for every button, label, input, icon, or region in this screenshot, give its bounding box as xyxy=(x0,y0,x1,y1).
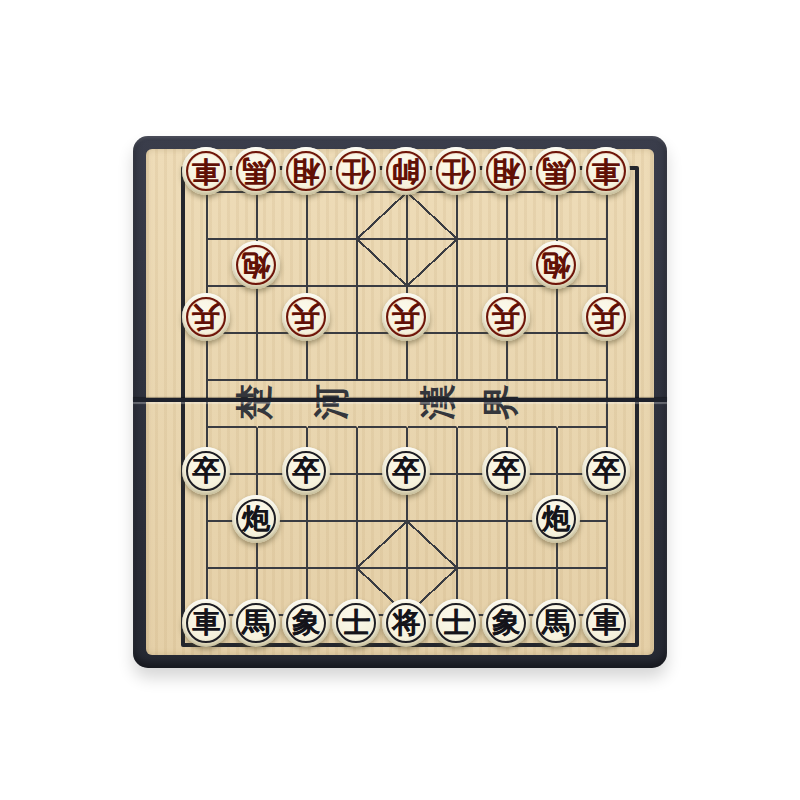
board-cell xyxy=(208,193,258,240)
piece-red-cannon[interactable]: 炮 xyxy=(232,241,280,289)
piece-red-chariot[interactable]: 車 xyxy=(582,147,630,195)
piece-ring xyxy=(286,451,326,491)
piece-ring xyxy=(486,451,526,491)
piece-red-advisor[interactable]: 仕 xyxy=(432,147,480,195)
piece-red-soldier[interactable]: 兵 xyxy=(182,293,230,341)
board-cell xyxy=(358,522,408,569)
board-cell xyxy=(358,193,408,240)
river-text-han: 漢 xyxy=(419,384,455,420)
board-cell xyxy=(208,334,258,381)
board-cell xyxy=(308,193,358,240)
board-cell xyxy=(408,334,458,381)
piece-ring xyxy=(386,451,426,491)
piece-character: 仕 xyxy=(442,157,470,185)
board-cell xyxy=(308,522,358,569)
piece-character: 兵 xyxy=(592,303,620,331)
piece-black-soldier[interactable]: 卒 xyxy=(182,447,230,495)
piece-ring xyxy=(186,603,226,643)
piece-red-soldier[interactable]: 兵 xyxy=(482,293,530,341)
xiangqi-set-photo: 楚 河 漢 界 車馬相仕帥仕相馬車炮炮兵兵兵兵兵卒卒卒卒卒炮炮車馬象士将士象馬車 xyxy=(0,0,800,800)
piece-red-general[interactable]: 帥 xyxy=(382,147,430,195)
piece-red-advisor[interactable]: 仕 xyxy=(332,147,380,195)
piece-character: 車 xyxy=(192,157,220,185)
piece-ring xyxy=(236,499,276,539)
board-cell xyxy=(408,240,458,287)
piece-ring xyxy=(386,603,426,643)
piece-black-soldier[interactable]: 卒 xyxy=(582,447,630,495)
piece-red-elephant[interactable]: 相 xyxy=(482,147,530,195)
board-cell xyxy=(358,334,408,381)
piece-red-elephant[interactable]: 相 xyxy=(282,147,330,195)
river-text-jie: 界 xyxy=(482,384,518,420)
piece-ring xyxy=(586,603,626,643)
piece-black-general[interactable]: 将 xyxy=(382,599,430,647)
piece-ring xyxy=(536,499,576,539)
board-cell xyxy=(558,381,608,428)
piece-black-horse[interactable]: 馬 xyxy=(232,599,280,647)
piece-black-soldier[interactable]: 卒 xyxy=(382,447,430,495)
piece-ring xyxy=(586,451,626,491)
piece-character: 兵 xyxy=(192,303,220,331)
board-cell xyxy=(558,334,608,381)
piece-ring xyxy=(186,451,226,491)
piece-ring xyxy=(536,603,576,643)
piece-black-chariot[interactable]: 車 xyxy=(582,599,630,647)
board-cell xyxy=(408,522,458,569)
fold-seam xyxy=(133,398,667,402)
piece-black-advisor[interactable]: 士 xyxy=(432,599,480,647)
piece-red-soldier[interactable]: 兵 xyxy=(382,293,430,341)
river-text-chu: 楚 xyxy=(235,384,271,420)
board-cell xyxy=(508,334,558,381)
piece-character: 帥 xyxy=(392,157,420,185)
piece-black-elephant[interactable]: 象 xyxy=(482,599,530,647)
piece-character: 相 xyxy=(292,157,320,185)
piece-black-chariot[interactable]: 車 xyxy=(182,599,230,647)
piece-red-soldier[interactable]: 兵 xyxy=(582,293,630,341)
board-cell xyxy=(458,522,508,569)
board-cell xyxy=(358,240,408,287)
piece-character: 炮 xyxy=(542,251,570,279)
board-cell xyxy=(458,193,508,240)
piece-red-soldier[interactable]: 兵 xyxy=(282,293,330,341)
board-cell xyxy=(408,193,458,240)
piece-ring xyxy=(236,603,276,643)
piece-black-soldier[interactable]: 卒 xyxy=(282,447,330,495)
piece-red-horse[interactable]: 馬 xyxy=(232,147,280,195)
piece-character: 車 xyxy=(592,157,620,185)
piece-black-soldier[interactable]: 卒 xyxy=(482,447,530,495)
piece-character: 兵 xyxy=(492,303,520,331)
piece-black-elephant[interactable]: 象 xyxy=(282,599,330,647)
piece-ring xyxy=(286,603,326,643)
piece-character: 兵 xyxy=(392,303,420,331)
board-cell xyxy=(458,240,508,287)
board-cell xyxy=(558,193,608,240)
piece-red-horse[interactable]: 馬 xyxy=(532,147,580,195)
piece-ring xyxy=(486,603,526,643)
piece-character: 相 xyxy=(492,157,520,185)
piece-character: 兵 xyxy=(292,303,320,331)
piece-character: 炮 xyxy=(242,251,270,279)
board-cell xyxy=(258,334,308,381)
piece-black-horse[interactable]: 馬 xyxy=(532,599,580,647)
board-cell xyxy=(358,381,408,428)
river-text-he: 河 xyxy=(312,384,348,420)
piece-red-cannon[interactable]: 炮 xyxy=(532,241,580,289)
piece-ring xyxy=(336,603,376,643)
piece-black-cannon[interactable]: 炮 xyxy=(532,495,580,543)
piece-red-chariot[interactable]: 車 xyxy=(182,147,230,195)
board-cell xyxy=(258,193,308,240)
board-cell xyxy=(458,334,508,381)
board-cell xyxy=(308,240,358,287)
piece-black-advisor[interactable]: 士 xyxy=(332,599,380,647)
piece-character: 馬 xyxy=(542,157,570,185)
piece-character: 仕 xyxy=(342,157,370,185)
board-cell xyxy=(508,193,558,240)
piece-black-cannon[interactable]: 炮 xyxy=(232,495,280,543)
piece-ring xyxy=(436,603,476,643)
piece-character: 馬 xyxy=(242,157,270,185)
board-cell xyxy=(308,334,358,381)
